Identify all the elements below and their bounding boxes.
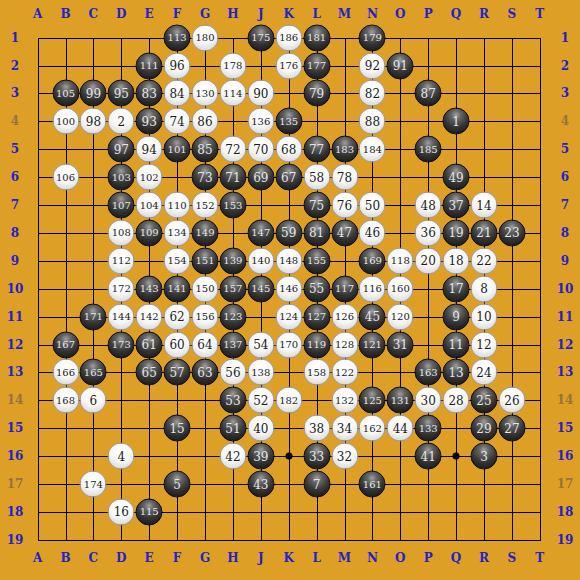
star-point: [453, 453, 460, 460]
stone-131[interactable]: 131: [387, 387, 414, 414]
stone-144[interactable]: 144: [108, 303, 135, 330]
stone-151[interactable]: 151: [192, 247, 219, 274]
stone-168[interactable]: 168: [52, 387, 79, 414]
stone-185[interactable]: 185: [415, 136, 442, 163]
stone-123[interactable]: 123: [219, 303, 246, 330]
stone-50[interactable]: 50: [359, 192, 386, 219]
stone-29[interactable]: 29: [471, 415, 498, 442]
stone-15[interactable]: 15: [164, 415, 191, 442]
stone-152[interactable]: 152: [192, 192, 219, 219]
stone-94[interactable]: 94: [136, 136, 163, 163]
stone-186[interactable]: 186: [275, 24, 302, 51]
stone-44[interactable]: 44: [387, 415, 414, 442]
stone-97[interactable]: 97: [108, 136, 135, 163]
stone-176[interactable]: 176: [275, 52, 302, 79]
row-label-left: 12: [7, 338, 24, 352]
stone-73[interactable]: 73: [192, 164, 219, 191]
stone-32[interactable]: 32: [331, 443, 358, 470]
col-label-top: J: [258, 7, 264, 21]
stone-177[interactable]: 177: [303, 52, 330, 79]
stone-2[interactable]: 2: [108, 108, 135, 135]
stone-57[interactable]: 57: [164, 359, 191, 386]
row-label-left: 10: [7, 282, 24, 296]
stone-99[interactable]: 99: [80, 80, 107, 107]
stone-154[interactable]: 154: [164, 247, 191, 274]
col-label-bottom: R: [479, 551, 489, 565]
stone-78[interactable]: 78: [331, 164, 358, 191]
col-label-bottom: A: [33, 551, 42, 565]
stone-132[interactable]: 132: [331, 387, 358, 414]
stone-143[interactable]: 143: [136, 275, 163, 302]
stone-83[interactable]: 83: [136, 80, 163, 107]
row-label-left: 9: [11, 254, 19, 268]
stone-51[interactable]: 51: [219, 415, 246, 442]
stone-103[interactable]: 103: [108, 164, 135, 191]
stone-146[interactable]: 146: [275, 275, 302, 302]
col-label-bottom: S: [508, 551, 517, 565]
row-label-right: 19: [557, 533, 574, 547]
col-label-top: D: [116, 7, 126, 21]
stone-9[interactable]: 9: [443, 303, 470, 330]
col-label-bottom: G: [200, 551, 210, 565]
stone-87[interactable]: 87: [415, 80, 442, 107]
stone-101[interactable]: 101: [164, 136, 191, 163]
row-label-right: 7: [561, 198, 569, 212]
col-label-bottom: H: [227, 551, 238, 565]
stone-10[interactable]: 10: [471, 303, 498, 330]
col-label-top: F: [173, 7, 182, 21]
stone-65[interactable]: 65: [136, 359, 163, 386]
stone-104[interactable]: 104: [136, 192, 163, 219]
stone-69[interactable]: 69: [247, 164, 274, 191]
stone-114[interactable]: 114: [219, 80, 246, 107]
stone-110[interactable]: 110: [164, 192, 191, 219]
stone-40[interactable]: 40: [247, 415, 274, 442]
row-label-right: 6: [561, 170, 569, 184]
col-label-top: G: [200, 7, 210, 21]
col-label-bottom: F: [173, 551, 182, 565]
stone-68[interactable]: 68: [275, 136, 302, 163]
col-label-bottom: N: [367, 551, 378, 565]
stone-74[interactable]: 74: [164, 108, 191, 135]
stone-61[interactable]: 61: [136, 331, 163, 358]
stone-3[interactable]: 3: [471, 443, 498, 470]
stone-184[interactable]: 184: [359, 136, 386, 163]
stone-180[interactable]: 180: [192, 24, 219, 51]
stone-134[interactable]: 134: [164, 219, 191, 246]
stone-64[interactable]: 64: [192, 331, 219, 358]
stone-18[interactable]: 18: [443, 247, 470, 274]
stone-7[interactable]: 7: [303, 471, 330, 498]
col-label-bottom: B: [60, 551, 70, 565]
row-label-left: 11: [7, 310, 24, 324]
stone-148[interactable]: 148: [275, 247, 302, 274]
row-label-left: 16: [7, 449, 24, 463]
stone-34[interactable]: 34: [331, 415, 358, 442]
col-label-top: S: [508, 7, 517, 21]
stone-102[interactable]: 102: [136, 164, 163, 191]
stone-28[interactable]: 28: [443, 387, 470, 414]
grid-hline: [38, 428, 541, 429]
row-label-left: 2: [11, 59, 19, 73]
row-label-right: 9: [561, 254, 569, 268]
stone-1[interactable]: 1: [443, 108, 470, 135]
stone-179[interactable]: 179: [359, 24, 386, 51]
stone-111[interactable]: 111: [136, 52, 163, 79]
col-label-top: H: [227, 7, 238, 21]
row-label-right: 8: [561, 226, 569, 240]
row-label-right: 13: [557, 365, 574, 379]
stone-133[interactable]: 133: [415, 415, 442, 442]
stone-16[interactable]: 16: [108, 498, 135, 525]
stone-167[interactable]: 167: [52, 331, 79, 358]
row-label-right: 3: [561, 86, 569, 100]
row-label-right: 10: [557, 282, 574, 296]
stone-136[interactable]: 136: [247, 108, 274, 135]
stone-166[interactable]: 166: [52, 359, 79, 386]
stone-149[interactable]: 149: [192, 219, 219, 246]
stone-182[interactable]: 182: [275, 387, 302, 414]
col-label-top: M: [338, 7, 351, 21]
stone-55[interactable]: 55: [303, 275, 330, 302]
stone-59[interactable]: 59: [275, 219, 302, 246]
col-label-top: C: [89, 7, 99, 21]
stone-58[interactable]: 58: [303, 164, 330, 191]
stone-142[interactable]: 142: [136, 303, 163, 330]
col-label-top: Q: [451, 7, 461, 21]
stone-105[interactable]: 105: [52, 80, 79, 107]
stone-155[interactable]: 155: [303, 247, 330, 274]
stone-81[interactable]: 81: [303, 219, 330, 246]
stone-183[interactable]: 183: [331, 136, 358, 163]
stone-39[interactable]: 39: [247, 443, 274, 470]
stone-24[interactable]: 24: [471, 359, 498, 386]
stone-100[interactable]: 100: [52, 108, 79, 135]
grid-vline: [512, 38, 513, 541]
stone-4[interactable]: 4: [108, 443, 135, 470]
stone-63[interactable]: 63: [192, 359, 219, 386]
stone-128[interactable]: 128: [331, 331, 358, 358]
col-label-top: K: [283, 7, 293, 21]
stone-23[interactable]: 23: [498, 219, 525, 246]
stone-98[interactable]: 98: [80, 108, 107, 135]
stone-106[interactable]: 106: [52, 164, 79, 191]
star-point: [285, 453, 292, 460]
stone-77[interactable]: 77: [303, 136, 330, 163]
col-label-bottom: K: [283, 551, 293, 565]
stone-139[interactable]: 139: [219, 247, 246, 274]
stone-46[interactable]: 46: [359, 219, 386, 246]
stone-109[interactable]: 109: [136, 219, 163, 246]
stone-71[interactable]: 71: [219, 164, 246, 191]
col-label-bottom: Q: [451, 551, 461, 565]
stone-93[interactable]: 93: [136, 108, 163, 135]
stone-67[interactable]: 67: [275, 164, 302, 191]
stone-56[interactable]: 56: [219, 359, 246, 386]
row-label-right: 15: [557, 421, 574, 435]
stone-38[interactable]: 38: [303, 415, 330, 442]
stone-5[interactable]: 5: [164, 471, 191, 498]
stone-31[interactable]: 31: [387, 331, 414, 358]
stone-53[interactable]: 53: [219, 387, 246, 414]
stone-90[interactable]: 90: [247, 80, 274, 107]
stone-85[interactable]: 85: [192, 136, 219, 163]
row-label-right: 18: [557, 505, 574, 519]
stone-147[interactable]: 147: [247, 219, 274, 246]
go-board[interactable]: AABBCCDDEEFFGGHHJJKKLLMMNNOOPPQQRRSSTT11…: [0, 0, 580, 580]
row-label-right: 14: [557, 393, 574, 407]
stone-47[interactable]: 47: [331, 219, 358, 246]
stone-70[interactable]: 70: [247, 136, 274, 163]
stone-82[interactable]: 82: [359, 80, 386, 107]
stone-49[interactable]: 49: [443, 164, 470, 191]
stone-173[interactable]: 173: [108, 331, 135, 358]
stone-158[interactable]: 158: [303, 359, 330, 386]
row-label-left: 8: [11, 226, 19, 240]
row-label-left: 7: [11, 198, 19, 212]
stone-96[interactable]: 96: [164, 52, 191, 79]
stone-150[interactable]: 150: [192, 275, 219, 302]
col-label-top: O: [395, 7, 405, 21]
stone-108[interactable]: 108: [108, 219, 135, 246]
row-label-left: 17: [7, 477, 24, 491]
stone-60[interactable]: 60: [164, 331, 191, 358]
stone-135[interactable]: 135: [275, 108, 302, 135]
col-label-top: B: [60, 7, 70, 21]
col-label-bottom: M: [338, 551, 351, 565]
stone-72[interactable]: 72: [219, 136, 246, 163]
stone-116[interactable]: 116: [359, 275, 386, 302]
col-label-top: L: [312, 7, 320, 21]
stone-161[interactable]: 161: [359, 471, 386, 498]
stone-52[interactable]: 52: [247, 387, 274, 414]
row-label-right: 1: [561, 31, 569, 45]
stone-19[interactable]: 19: [443, 219, 470, 246]
stone-37[interactable]: 37: [443, 192, 470, 219]
stone-153[interactable]: 153: [219, 192, 246, 219]
col-label-top: R: [479, 7, 489, 21]
stone-126[interactable]: 126: [331, 303, 358, 330]
row-label-left: 4: [11, 114, 19, 128]
grid-hline: [38, 540, 541, 541]
stone-121[interactable]: 121: [359, 331, 386, 358]
stone-124[interactable]: 124: [275, 303, 302, 330]
col-label-bottom: E: [145, 551, 154, 565]
row-label-right: 2: [561, 59, 569, 73]
stone-42[interactable]: 42: [219, 443, 246, 470]
stone-118[interactable]: 118: [387, 247, 414, 274]
stone-17[interactable]: 17: [443, 275, 470, 302]
row-label-left: 14: [7, 393, 24, 407]
stone-113[interactable]: 113: [164, 24, 191, 51]
stone-14[interactable]: 14: [471, 192, 498, 219]
row-label-right: 5: [561, 142, 569, 156]
stone-130[interactable]: 130: [192, 80, 219, 107]
stone-174[interactable]: 174: [80, 471, 107, 498]
row-label-left: 15: [7, 421, 24, 435]
stone-112[interactable]: 112: [108, 247, 135, 274]
stone-172[interactable]: 172: [108, 275, 135, 302]
stone-30[interactable]: 30: [415, 387, 442, 414]
row-label-left: 19: [7, 533, 24, 547]
stone-157[interactable]: 157: [219, 275, 246, 302]
row-label-right: 16: [557, 449, 574, 463]
stone-20[interactable]: 20: [415, 247, 442, 274]
col-label-bottom: P: [424, 551, 433, 565]
stone-6[interactable]: 6: [80, 387, 107, 414]
stone-122[interactable]: 122: [331, 359, 358, 386]
stone-62[interactable]: 62: [164, 303, 191, 330]
stone-36[interactable]: 36: [415, 219, 442, 246]
col-label-bottom: O: [395, 551, 405, 565]
stone-165[interactable]: 165: [80, 359, 107, 386]
stone-27[interactable]: 27: [498, 415, 525, 442]
stone-125[interactable]: 125: [359, 387, 386, 414]
stone-115[interactable]: 115: [136, 498, 163, 525]
stone-160[interactable]: 160: [387, 275, 414, 302]
stone-22[interactable]: 22: [471, 247, 498, 274]
stone-79[interactable]: 79: [303, 80, 330, 107]
stone-181[interactable]: 181: [303, 24, 330, 51]
stone-145[interactable]: 145: [247, 275, 274, 302]
col-label-bottom: L: [312, 551, 320, 565]
row-label-left: 13: [7, 365, 24, 379]
col-label-bottom: D: [116, 551, 126, 565]
stone-25[interactable]: 25: [471, 387, 498, 414]
stone-26[interactable]: 26: [498, 387, 525, 414]
row-label-right: 4: [561, 114, 569, 128]
stone-84[interactable]: 84: [164, 80, 191, 107]
stone-75[interactable]: 75: [303, 192, 330, 219]
col-label-bottom: J: [258, 551, 264, 565]
col-label-top: E: [145, 7, 154, 21]
grid-hline: [38, 484, 541, 485]
stone-120[interactable]: 120: [387, 303, 414, 330]
stone-43[interactable]: 43: [247, 471, 274, 498]
stone-169[interactable]: 169: [359, 247, 386, 274]
col-label-top: N: [367, 7, 378, 21]
row-label-right: 12: [557, 338, 574, 352]
stone-95[interactable]: 95: [108, 80, 135, 107]
stone-76[interactable]: 76: [331, 192, 358, 219]
stone-140[interactable]: 140: [247, 247, 274, 274]
stone-170[interactable]: 170: [275, 331, 302, 358]
row-label-left: 3: [11, 86, 19, 100]
col-label-top: P: [424, 7, 433, 21]
col-label-top: A: [33, 7, 42, 21]
stone-127[interactable]: 127: [303, 303, 330, 330]
stone-162[interactable]: 162: [359, 415, 386, 442]
stone-21[interactable]: 21: [471, 219, 498, 246]
stone-138[interactable]: 138: [247, 359, 274, 386]
stone-156[interactable]: 156: [192, 303, 219, 330]
stone-171[interactable]: 171: [80, 303, 107, 330]
stone-117[interactable]: 117: [331, 275, 358, 302]
row-label-left: 18: [7, 505, 24, 519]
stone-11[interactable]: 11: [443, 331, 470, 358]
stone-45[interactable]: 45: [359, 303, 386, 330]
row-label-right: 17: [557, 477, 574, 491]
row-label-right: 11: [557, 310, 574, 324]
row-label-left: 6: [11, 170, 19, 184]
stone-12[interactable]: 12: [471, 331, 498, 358]
stone-92[interactable]: 92: [359, 52, 386, 79]
stone-41[interactable]: 41: [415, 443, 442, 470]
stone-48[interactable]: 48: [415, 192, 442, 219]
stone-107[interactable]: 107: [108, 192, 135, 219]
stone-175[interactable]: 175: [247, 24, 274, 51]
row-label-left: 1: [11, 31, 19, 45]
stone-54[interactable]: 54: [247, 331, 274, 358]
stone-137[interactable]: 137: [219, 331, 246, 358]
stone-13[interactable]: 13: [443, 359, 470, 386]
stone-88[interactable]: 88: [359, 108, 386, 135]
row-label-left: 5: [11, 142, 19, 156]
stone-86[interactable]: 86: [192, 108, 219, 135]
col-label-top: T: [535, 7, 544, 21]
stone-33[interactable]: 33: [303, 443, 330, 470]
stone-8[interactable]: 8: [471, 275, 498, 302]
col-label-bottom: C: [89, 551, 99, 565]
stone-119[interactable]: 119: [303, 331, 330, 358]
stone-141[interactable]: 141: [164, 275, 191, 302]
stone-163[interactable]: 163: [415, 359, 442, 386]
col-label-bottom: T: [535, 551, 544, 565]
grid-vline: [540, 38, 541, 541]
stone-178[interactable]: 178: [219, 52, 246, 79]
stone-91[interactable]: 91: [387, 52, 414, 79]
